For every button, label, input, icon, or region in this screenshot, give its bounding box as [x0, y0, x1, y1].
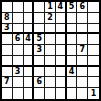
sudoku-cell-r3c1[interactable]: 3	[2, 24, 13, 35]
sudoku-cell-r3c8[interactable]	[77, 24, 88, 35]
sudoku-cell-r6c5[interactable]	[45, 56, 56, 67]
sudoku-cell-r9c9[interactable]: 1	[88, 88, 99, 99]
sudoku-cell-r8c7[interactable]	[67, 77, 78, 88]
sudoku-cell-r8c6[interactable]	[56, 77, 67, 88]
sudoku-cell-r7c8[interactable]	[77, 67, 88, 78]
sudoku-cell-r8c2[interactable]	[13, 77, 24, 88]
sudoku-cell-r2c8[interactable]	[77, 13, 88, 24]
sudoku-cell-r3c9[interactable]	[88, 24, 99, 35]
sudoku-cell-r5c4[interactable]: 3	[34, 45, 45, 56]
sudoku-cell-r6c4[interactable]	[34, 56, 45, 67]
sudoku-cell-r1c4[interactable]	[34, 2, 45, 13]
sudoku-cell-r1c7[interactable]: 5	[67, 2, 78, 13]
sudoku-cell-r9c7[interactable]	[67, 88, 78, 99]
sudoku-cell-r2c3[interactable]	[24, 13, 35, 24]
sudoku-cell-r8c4[interactable]: 6	[34, 77, 45, 88]
sudoku-cell-r3c3[interactable]	[24, 24, 35, 35]
sudoku-cell-r2c2[interactable]	[13, 13, 24, 24]
sudoku-cell-r7c4[interactable]	[34, 67, 45, 78]
sudoku-cell-r8c3[interactable]	[24, 77, 35, 88]
sudoku-cell-r7c6[interactable]	[56, 67, 67, 78]
sudoku-cell-r2c5[interactable]: 2	[45, 13, 56, 24]
sudoku-cell-r2c4[interactable]	[34, 13, 45, 24]
sudoku-cell-r4c9[interactable]	[88, 34, 99, 45]
sudoku-cell-r4c6[interactable]	[56, 34, 67, 45]
sudoku-cell-r6c8[interactable]	[77, 56, 88, 67]
sudoku-cell-r8c1[interactable]: 7	[2, 77, 13, 88]
sudoku-cell-r2c7[interactable]	[67, 13, 78, 24]
sudoku-cell-r1c8[interactable]: 6	[77, 2, 88, 13]
sudoku-cell-r7c3[interactable]	[24, 67, 35, 78]
sudoku-cell-r5c3[interactable]	[24, 45, 35, 56]
sudoku-cell-r7c7[interactable]: 4	[67, 67, 78, 78]
sudoku-cell-r5c6[interactable]	[56, 45, 67, 56]
sudoku-cell-r6c6[interactable]	[56, 56, 67, 67]
sudoku-cell-r5c5[interactable]	[45, 45, 56, 56]
sudoku-cell-r7c9[interactable]	[88, 67, 99, 78]
sudoku-cell-r5c2[interactable]	[13, 45, 24, 56]
sudoku-cell-r5c1[interactable]	[2, 45, 13, 56]
sudoku-cell-r8c9[interactable]	[88, 77, 99, 88]
sudoku-cell-r1c1[interactable]	[2, 2, 13, 13]
sudoku-cell-r9c6[interactable]	[56, 88, 67, 99]
sudoku-cell-r2c1[interactable]: 8	[2, 13, 13, 24]
sudoku-cell-r4c7[interactable]	[67, 34, 78, 45]
sudoku-cell-r9c3[interactable]	[24, 88, 35, 99]
sudoku-cell-r9c4[interactable]	[34, 88, 45, 99]
sudoku-cell-r3c5[interactable]	[45, 24, 56, 35]
sudoku-cell-r3c4[interactable]	[34, 24, 45, 35]
sudoku-cell-r6c3[interactable]	[24, 56, 35, 67]
sudoku-cell-r1c5[interactable]: 1	[45, 2, 56, 13]
sudoku-board: 14568236453734761	[0, 0, 101, 101]
sudoku-cell-r6c2[interactable]	[13, 56, 24, 67]
sudoku-cell-r1c2[interactable]	[13, 2, 24, 13]
sudoku-cell-r4c1[interactable]	[2, 34, 13, 45]
sudoku-cell-r3c6[interactable]	[56, 24, 67, 35]
sudoku-cell-r6c7[interactable]	[67, 56, 78, 67]
sudoku-cell-r1c9[interactable]	[88, 2, 99, 13]
sudoku-cell-r5c8[interactable]: 7	[77, 45, 88, 56]
sudoku-cell-r8c8[interactable]	[77, 77, 88, 88]
sudoku-cell-r5c7[interactable]	[67, 45, 78, 56]
sudoku-cell-r4c3[interactable]: 4	[24, 34, 35, 45]
sudoku-cell-r8c5[interactable]	[45, 77, 56, 88]
sudoku-cell-r3c7[interactable]	[67, 24, 78, 35]
sudoku-cell-r4c4[interactable]: 5	[34, 34, 45, 45]
sudoku-cell-r1c6[interactable]: 4	[56, 2, 67, 13]
sudoku-cell-r1c3[interactable]	[24, 2, 35, 13]
sudoku-cell-r7c2[interactable]: 3	[13, 67, 24, 78]
sudoku-cell-r2c6[interactable]	[56, 13, 67, 24]
sudoku-cell-r6c1[interactable]	[2, 56, 13, 67]
sudoku-cell-r4c2[interactable]: 6	[13, 34, 24, 45]
sudoku-cell-r9c1[interactable]	[2, 88, 13, 99]
sudoku-cell-r7c1[interactable]	[2, 67, 13, 78]
sudoku-cell-r9c8[interactable]	[77, 88, 88, 99]
sudoku-cell-r7c5[interactable]	[45, 67, 56, 78]
sudoku-cell-r3c2[interactable]	[13, 24, 24, 35]
sudoku-cell-r9c5[interactable]	[45, 88, 56, 99]
sudoku-cell-r2c9[interactable]	[88, 13, 99, 24]
sudoku-cell-r9c2[interactable]	[13, 88, 24, 99]
sudoku-cell-r4c8[interactable]	[77, 34, 88, 45]
sudoku-cell-r6c9[interactable]	[88, 56, 99, 67]
sudoku-cell-r4c5[interactable]	[45, 34, 56, 45]
sudoku-cell-r5c9[interactable]	[88, 45, 99, 56]
